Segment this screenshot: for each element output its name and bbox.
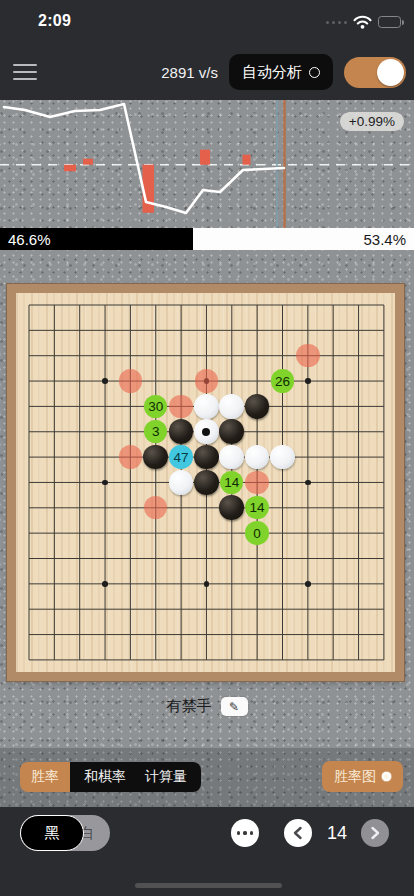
stone-black [219,419,244,444]
stone-white [219,445,244,470]
more-button[interactable] [231,819,259,847]
star-point [305,581,311,587]
wifi-icon [353,15,372,29]
marker-green[interactable]: 26 [271,369,295,393]
open-circle-icon [309,67,320,78]
black-winrate-label: 46.6% [8,231,51,248]
marker-red[interactable] [296,344,320,368]
winrate-bar: 46.6% 53.4% [0,228,414,250]
stone-black [169,419,194,444]
analysis-speed: 2891 v/s [161,64,218,81]
marker-green[interactable]: 14 [220,471,244,495]
board-surface: 263031414047 [16,293,395,672]
marker-red[interactable] [245,471,269,495]
last-move-marker [202,428,210,436]
marker-red[interactable] [119,369,143,393]
bottom-nav-bar: 白 黑 14 [0,807,414,896]
side-toggle[interactable]: 白 黑 [20,815,110,851]
next-move-button[interactable] [361,819,389,847]
win-chart-label: 胜率图 [334,768,376,786]
stone-black [143,445,168,470]
star-point [204,581,210,587]
marker-red[interactable] [169,395,193,419]
delta-badge: +0.99% [340,112,404,131]
marker-red[interactable] [195,369,219,393]
stone-black [219,495,244,520]
edit-rule-button[interactable]: ✎ [221,697,248,716]
auto-analysis-label: 自动分析 [242,63,302,82]
stone-black [194,445,219,470]
star-point [102,581,108,587]
stone-black [194,470,219,495]
rule-label: 有禁手 [167,697,212,716]
battery-icon [378,16,404,28]
tab-computation[interactable]: 计算量 [145,768,187,786]
marker-green[interactable]: 30 [144,395,168,419]
rule-row: 有禁手 ✎ [0,697,414,716]
status-bar: 2:09 [0,0,414,44]
stone-white [194,394,219,419]
analysis-toggle[interactable] [344,57,406,88]
stone-white [194,419,219,444]
black-option[interactable]: 黑 [20,815,84,851]
star-point [102,378,108,384]
star-point [305,480,311,486]
stone-white [169,470,194,495]
marker-red[interactable] [119,445,143,469]
auto-analysis-button[interactable]: 自动分析 [229,54,333,90]
tab-dark-group: 和棋率 计算量 [70,762,201,792]
metric-tabs: 胜率 和棋率 计算量 [20,762,201,792]
status-icons [326,15,404,29]
white-winrate-segment: 53.4% [193,228,414,250]
tab-draw-rate[interactable]: 和棋率 [84,768,126,786]
marker-green[interactable]: 14 [245,496,269,520]
white-winrate-label: 53.4% [363,231,406,248]
star-point [102,480,108,486]
stone-white [245,445,270,470]
move-counter: 14 [320,819,354,847]
stones-layer: 263031414047 [16,292,397,673]
star-point [305,378,311,384]
toggle-knob [377,59,404,86]
toolbar: 2891 v/s 自动分析 [0,44,414,100]
stone-white [219,394,244,419]
marker-cyan[interactable]: 47 [169,445,193,469]
win-chart-button[interactable]: 胜率图 [322,761,403,792]
black-winrate-segment: 46.6% [0,228,193,250]
radio-dot-icon [382,772,391,781]
marker-red[interactable] [144,496,168,520]
marker-green[interactable]: 3 [144,420,168,444]
winrate-chart[interactable]: +0.99% [0,100,414,228]
stone-black [245,394,270,419]
cellular-signal-icon [326,21,347,24]
tab-win-rate[interactable]: 胜率 [20,762,70,792]
gomoku-board[interactable]: 263031414047 [7,284,404,681]
prev-move-button[interactable] [284,819,312,847]
pencil-icon: ✎ [229,700,239,714]
clock: 2:09 [38,12,71,30]
home-indicator [135,883,282,888]
stone-white [270,445,295,470]
chevron-left-icon [292,826,304,840]
chevron-right-icon [369,826,381,840]
marker-green[interactable]: 0 [245,521,269,545]
menu-button[interactable] [13,61,41,83]
